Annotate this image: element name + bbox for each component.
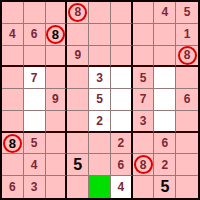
- cell-r9c4[interactable]: [67, 176, 89, 198]
- cell-r6c8[interactable]: [154, 111, 176, 133]
- cell-r5c2[interactable]: [24, 89, 46, 111]
- cell-r7c4[interactable]: [67, 133, 89, 155]
- digit-r1c8: 4: [161, 5, 168, 19]
- cell-r7c8[interactable]: 6: [154, 133, 176, 155]
- cell-r7c2[interactable]: 5: [24, 133, 46, 155]
- digit-r7c8: 6: [161, 136, 168, 150]
- cell-r3c2[interactable]: [24, 46, 46, 68]
- cell-r7c5[interactable]: [89, 133, 111, 155]
- digit-r9c1: 6: [9, 180, 16, 194]
- cell-r5c4[interactable]: [67, 89, 89, 111]
- cell-r2c8[interactable]: [154, 24, 176, 46]
- cell-r8c8[interactable]: 2: [154, 154, 176, 176]
- digit-r8c8: 2: [161, 158, 168, 172]
- digit-r5c3: 9: [52, 92, 59, 106]
- cell-r1c4[interactable]: 8: [67, 2, 89, 24]
- cell-r1c1[interactable]: [2, 2, 24, 24]
- cell-r9c1[interactable]: 6: [2, 176, 24, 198]
- cell-r5c5[interactable]: 5: [89, 89, 111, 111]
- cell-r3c4[interactable]: 9: [67, 46, 89, 68]
- digit-r3c4: 9: [74, 48, 81, 62]
- digit-r9c6: 4: [117, 180, 124, 194]
- cell-r5c7[interactable]: 7: [133, 89, 155, 111]
- cell-r8c2[interactable]: 4: [24, 154, 46, 176]
- cell-r2c7[interactable]: [133, 24, 155, 46]
- digit-r5c7: 7: [140, 92, 147, 106]
- cell-r4c7[interactable]: 5: [133, 67, 155, 89]
- cell-r3c9[interactable]: 8: [176, 46, 198, 68]
- cell-r6c3[interactable]: [46, 111, 68, 133]
- cell-r8c4[interactable]: 5: [67, 154, 89, 176]
- cell-r6c2[interactable]: [24, 111, 46, 133]
- cell-r6c5[interactable]: 2: [89, 111, 111, 133]
- cell-r2c3[interactable]: 8: [46, 24, 68, 46]
- cell-r9c3[interactable]: [46, 176, 68, 198]
- cell-r3c6[interactable]: [111, 46, 133, 68]
- digit-r2c3: 8: [52, 27, 59, 42]
- cell-r9c6[interactable]: 4: [111, 176, 133, 198]
- cell-r5c1[interactable]: [2, 89, 24, 111]
- digit-r8c7: 8: [140, 158, 147, 172]
- digit-r2c2: 6: [31, 27, 38, 41]
- cell-r1c9[interactable]: 5: [176, 2, 198, 24]
- cell-r6c6[interactable]: [111, 111, 133, 133]
- cell-r5c9[interactable]: 6: [176, 89, 198, 111]
- cell-r8c6[interactable]: 6: [111, 154, 133, 176]
- digit-r9c8: 5: [160, 178, 169, 196]
- cell-r8c1[interactable]: [2, 154, 24, 176]
- cell-r2c4[interactable]: [67, 24, 89, 46]
- digit-r1c9: 5: [184, 5, 191, 19]
- cell-r3c8[interactable]: [154, 46, 176, 68]
- cell-r3c1[interactable]: [2, 46, 24, 68]
- digit-r4c2: 7: [31, 71, 38, 85]
- digit-r5c9: 6: [184, 92, 191, 106]
- digit-r5c5: 5: [96, 92, 103, 106]
- digit-r9c2: 3: [31, 180, 38, 194]
- cell-r4c9[interactable]: [176, 67, 198, 89]
- cell-r8c9[interactable]: [176, 154, 198, 176]
- digit-r3c9: 8: [184, 48, 191, 62]
- digit-r4c5: 3: [96, 71, 103, 85]
- cell-r1c2[interactable]: [24, 2, 46, 24]
- cell-r2c1[interactable]: 4: [2, 24, 24, 46]
- cell-r5c3[interactable]: 9: [46, 89, 68, 111]
- cell-r9c8[interactable]: 5: [154, 176, 176, 198]
- cell-r4c2[interactable]: 7: [24, 67, 46, 89]
- cell-r3c7[interactable]: [133, 46, 155, 68]
- digit-r4c7: 5: [140, 71, 147, 85]
- cell-r6c1[interactable]: [2, 111, 24, 133]
- cell-r1c8[interactable]: 4: [154, 2, 176, 24]
- digit-r6c5: 2: [96, 114, 103, 128]
- cell-r5c8[interactable]: [154, 89, 176, 111]
- cell-r3c5[interactable]: [89, 46, 111, 68]
- digit-r7c6: 2: [117, 136, 124, 150]
- cell-r4c1[interactable]: [2, 67, 24, 89]
- cell-r8c7[interactable]: 8: [133, 154, 155, 176]
- cell-r9c9[interactable]: [176, 176, 198, 198]
- cell-r6c9[interactable]: [176, 111, 198, 133]
- cell-r2c2[interactable]: 6: [24, 24, 46, 46]
- digit-r8c2: 4: [31, 158, 38, 172]
- cell-r2c6[interactable]: [111, 24, 133, 46]
- cell-r7c9[interactable]: [176, 133, 198, 155]
- cell-r7c6[interactable]: 2: [111, 133, 133, 155]
- digit-r8c6: 6: [117, 158, 124, 172]
- cell-r2c5[interactable]: [89, 24, 111, 46]
- digit-r2c9: 1: [184, 27, 191, 41]
- cell-r5c6[interactable]: [111, 89, 133, 111]
- digit-r1c4: 8: [74, 5, 81, 19]
- cell-r7c7[interactable]: [133, 133, 155, 155]
- cell-r4c8[interactable]: [154, 67, 176, 89]
- cell-r7c3[interactable]: [46, 133, 68, 155]
- cell-r4c3[interactable]: [46, 67, 68, 89]
- cell-r4c6[interactable]: [111, 67, 133, 89]
- cell-r1c7[interactable]: [133, 2, 155, 24]
- digit-r7c2: 5: [31, 136, 38, 150]
- cell-r9c2[interactable]: 3: [24, 176, 46, 198]
- cell-r2c9[interactable]: 1: [176, 24, 198, 46]
- digit-r2c1: 4: [9, 27, 16, 41]
- cell-r1c6[interactable]: [111, 2, 133, 24]
- digit-r8c4: 5: [73, 156, 82, 174]
- digit-r7c1: 8: [9, 136, 16, 151]
- digit-r6c7: 3: [140, 114, 147, 128]
- cell-r3c3[interactable]: [46, 46, 68, 68]
- cell-r8c5[interactable]: [89, 154, 111, 176]
- cell-r1c3[interactable]: [46, 2, 68, 24]
- cell-r6c7[interactable]: 3: [133, 111, 155, 133]
- cell-r7c1[interactable]: 8: [2, 133, 24, 155]
- cell-r6c4[interactable]: [67, 111, 89, 133]
- cell-r4c4[interactable]: [67, 67, 89, 89]
- cell-r4c5[interactable]: 3: [89, 67, 111, 89]
- cell-r9c5[interactable]: [89, 176, 111, 198]
- cell-r8c3[interactable]: [46, 154, 68, 176]
- sudoku-board: 8454681987359576238526456826345: [0, 0, 200, 200]
- cell-r9c7[interactable]: [133, 176, 155, 198]
- cell-r1c5[interactable]: [89, 2, 111, 24]
